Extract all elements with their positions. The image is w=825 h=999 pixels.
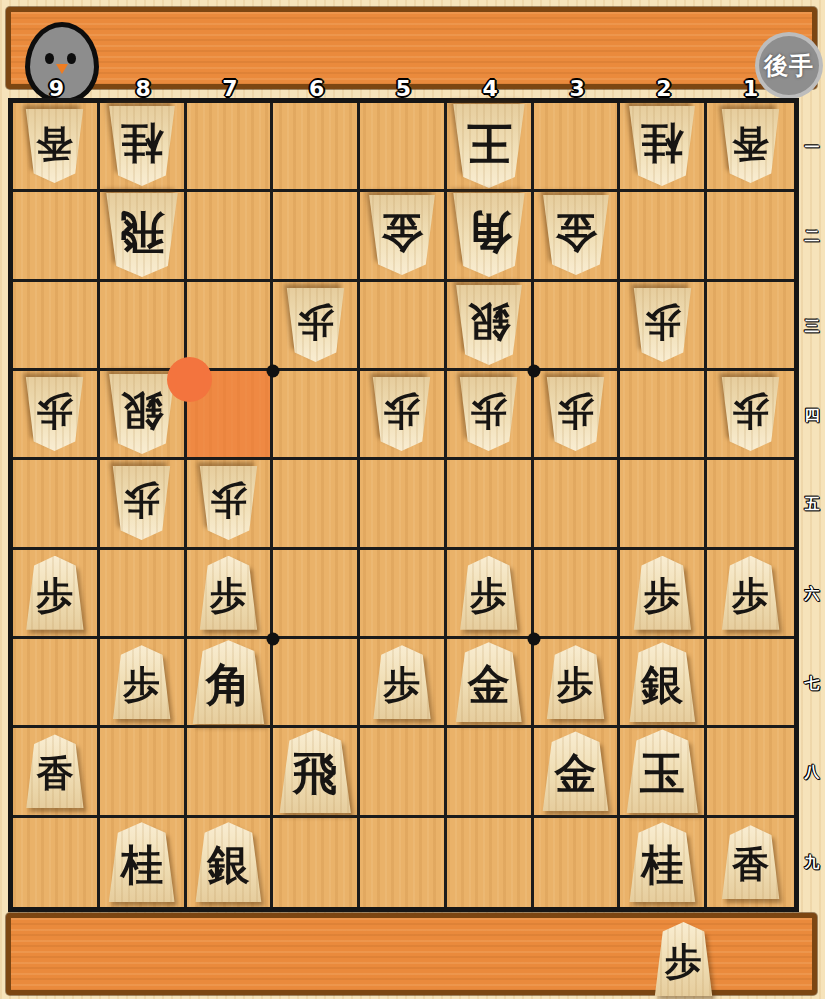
square-1四[interactable]: 歩 (707, 371, 794, 460)
column-label-1: 1 (707, 78, 794, 100)
square-5六[interactable] (360, 550, 447, 639)
piece-gote-金-3二[interactable]: 金 (541, 195, 611, 275)
square-2二[interactable] (620, 192, 707, 281)
piece-gote-銀-4三[interactable]: 銀 (454, 285, 524, 365)
piece-sente-桂-8九[interactable]: 桂 (107, 822, 177, 902)
column-labels: 987654321 (13, 78, 794, 100)
square-1七[interactable] (707, 639, 794, 728)
row-labels: 一二三四五六七八九 (801, 103, 823, 907)
square-5五[interactable] (360, 460, 447, 549)
column-label-4: 4 (447, 78, 534, 100)
piece-gote-香-9一[interactable]: 香 (24, 109, 85, 183)
piece-sente-飛-6八[interactable]: 飛 (277, 729, 353, 813)
piece-kanji: 王 (466, 113, 511, 173)
piece-sente-歩-3七[interactable]: 歩 (545, 645, 606, 719)
piece-gote-角-4二[interactable]: 角 (451, 193, 527, 277)
square-9八[interactable]: 香 (13, 728, 100, 817)
piece-kanji: 歩 (557, 386, 594, 436)
row-label-九: 九 (801, 818, 823, 907)
square-5七[interactable]: 歩 (360, 639, 447, 728)
row-label-八: 八 (801, 728, 823, 817)
square-3八[interactable]: 金 (534, 728, 621, 817)
square-1三[interactable] (707, 282, 794, 371)
last-move-marker (167, 357, 212, 402)
piece-gote-香-1一[interactable]: 香 (720, 109, 781, 183)
sente-hand-piece-pawn[interactable]: 歩 (653, 922, 714, 996)
piece-gote-歩-5四[interactable]: 歩 (371, 377, 432, 451)
piece-sente-角-7七[interactable]: 角 (190, 640, 266, 724)
star-point (267, 364, 280, 377)
square-4五[interactable] (447, 460, 534, 549)
square-6九[interactable] (273, 818, 360, 907)
square-9六[interactable]: 歩 (13, 550, 100, 639)
square-6一[interactable] (273, 103, 360, 192)
square-8二[interactable]: 飛 (100, 192, 187, 281)
square-7九[interactable]: 銀 (187, 818, 274, 907)
piece-gote-桂-8一[interactable]: 桂 (107, 106, 177, 186)
square-2一[interactable]: 桂 (620, 103, 707, 192)
square-3四[interactable]: 歩 (534, 371, 621, 460)
piece-gote-歩-6三[interactable]: 歩 (285, 288, 346, 362)
piece-gote-歩-3四[interactable]: 歩 (545, 377, 606, 451)
square-4一[interactable]: 王 (447, 103, 534, 192)
square-9七[interactable] (13, 639, 100, 728)
square-1九[interactable]: 香 (707, 818, 794, 907)
square-9三[interactable] (13, 282, 100, 371)
square-4三[interactable]: 銀 (447, 282, 534, 371)
column-label-5: 5 (360, 78, 447, 100)
square-4二[interactable]: 角 (447, 192, 534, 281)
row-label-二: 二 (801, 192, 823, 281)
piece-gote-歩-9四[interactable]: 歩 (24, 377, 85, 451)
piece-kanji: 角 (206, 655, 251, 715)
piece-kanji: 歩 (210, 475, 247, 525)
piece-sente-歩-9六[interactable]: 歩 (24, 556, 85, 630)
square-2三[interactable]: 歩 (620, 282, 707, 371)
piece-sente-香-9八[interactable]: 香 (24, 734, 85, 808)
piece-sente-銀-7九[interactable]: 銀 (193, 822, 263, 902)
square-5二[interactable]: 金 (360, 192, 447, 281)
row-label-七: 七 (801, 639, 823, 728)
square-6三[interactable]: 歩 (273, 282, 360, 371)
square-8五[interactable]: 歩 (100, 460, 187, 549)
square-8一[interactable]: 桂 (100, 103, 187, 192)
piece-gote-歩-1四[interactable]: 歩 (720, 377, 781, 451)
square-7五[interactable]: 歩 (187, 460, 274, 549)
square-5三[interactable] (360, 282, 447, 371)
piece-kanji: 飛 (119, 202, 164, 262)
square-9二[interactable] (13, 192, 100, 281)
column-label-3: 3 (534, 78, 621, 100)
square-9四[interactable]: 歩 (13, 371, 100, 460)
square-3九[interactable] (534, 818, 621, 907)
square-3二[interactable]: 金 (534, 192, 621, 281)
star-point (527, 633, 540, 646)
square-4八[interactable] (447, 728, 534, 817)
piece-kanji: 銀 (641, 657, 683, 713)
column-label-8: 8 (100, 78, 187, 100)
square-2四[interactable] (620, 371, 707, 460)
piece-kanji: 桂 (121, 115, 163, 171)
piece-kanji: 桂 (641, 115, 683, 171)
piece-kanji: 歩 (36, 571, 73, 621)
piece-kanji: 歩 (210, 571, 247, 621)
square-7一[interactable] (187, 103, 274, 192)
piece-kanji: 歩 (470, 386, 507, 436)
piece-gote-飛-8二[interactable]: 飛 (104, 193, 180, 277)
square-3六[interactable] (534, 550, 621, 639)
piece-gote-歩-2三[interactable]: 歩 (632, 288, 693, 362)
piece-kanji: 銀 (468, 294, 510, 350)
square-2五[interactable] (620, 460, 707, 549)
piece-kanji: 香 (732, 118, 769, 168)
square-8三[interactable] (100, 282, 187, 371)
square-9九[interactable] (13, 818, 100, 907)
piece-kanji: 桂 (121, 837, 163, 893)
piece-sente-歩-5七[interactable]: 歩 (371, 645, 432, 719)
piece-sente-香-1九[interactable]: 香 (720, 825, 781, 899)
piece-kanji: 歩 (732, 571, 769, 621)
piece-kanji: 銀 (121, 383, 163, 439)
piece-kanji: 桂 (641, 837, 683, 893)
square-4六[interactable]: 歩 (447, 550, 534, 639)
piece-kanji: 角 (466, 202, 511, 262)
star-point (267, 633, 280, 646)
row-label-五: 五 (801, 460, 823, 549)
piece-kanji: 金 (555, 204, 597, 260)
square-6六[interactable] (273, 550, 360, 639)
square-1五[interactable] (707, 460, 794, 549)
square-8八[interactable] (100, 728, 187, 817)
row-label-一: 一 (801, 103, 823, 192)
piece-sente-歩-7六[interactable]: 歩 (198, 556, 259, 630)
piece-sente-銀-2七[interactable]: 銀 (627, 642, 697, 722)
square-1八[interactable] (707, 728, 794, 817)
square-9五[interactable] (13, 460, 100, 549)
square-7三[interactable] (187, 282, 274, 371)
square-7七[interactable]: 角 (187, 639, 274, 728)
gote-player-bar: 後手 (6, 7, 817, 89)
column-label-7: 7 (187, 78, 274, 100)
square-9一[interactable]: 香 (13, 103, 100, 192)
square-5四[interactable]: 歩 (360, 371, 447, 460)
square-7二[interactable] (187, 192, 274, 281)
piece-sente-歩-8七[interactable]: 歩 (111, 645, 172, 719)
square-3七[interactable]: 歩 (534, 639, 621, 728)
piece-kanji: 歩 (383, 386, 420, 436)
square-2八[interactable]: 玉 (620, 728, 707, 817)
square-8六[interactable] (100, 550, 187, 639)
board-grid: 香桂王桂香飛金角金歩銀歩歩銀歩歩歩歩歩歩歩歩歩歩歩歩角歩金歩銀香飛金玉桂銀桂香 (13, 103, 794, 907)
piece-sente-桂-2九[interactable]: 桂 (627, 822, 697, 902)
square-6二[interactable] (273, 192, 360, 281)
piece-sente-金-3八[interactable]: 金 (541, 731, 611, 811)
column-label-2: 2 (620, 78, 707, 100)
square-4四[interactable]: 歩 (447, 371, 534, 460)
column-label-9: 9 (13, 78, 100, 100)
square-2九[interactable]: 桂 (620, 818, 707, 907)
square-6七[interactable] (273, 639, 360, 728)
square-3一[interactable] (534, 103, 621, 192)
piece-gote-歩-8五[interactable]: 歩 (111, 466, 172, 540)
piece-sente-玉-2八[interactable]: 玉 (624, 729, 700, 813)
piece-sente-歩-4六[interactable]: 歩 (458, 556, 519, 630)
piece-sente-歩-1六[interactable]: 歩 (720, 556, 781, 630)
piece-kanji: 金 (381, 204, 423, 260)
square-1二[interactable] (707, 192, 794, 281)
piece-kanji: 玉 (640, 744, 685, 804)
piece-gote-銀-8四[interactable]: 銀 (107, 374, 177, 454)
piece-kanji: 銀 (207, 837, 249, 893)
piece-kanji: 歩 (644, 297, 681, 347)
square-2七[interactable]: 銀 (620, 639, 707, 728)
square-2六[interactable]: 歩 (620, 550, 707, 639)
square-5九[interactable] (360, 818, 447, 907)
square-6五[interactable] (273, 460, 360, 549)
piece-kanji: 歩 (383, 660, 420, 710)
piece-gote-金-5二[interactable]: 金 (367, 195, 437, 275)
row-label-三: 三 (801, 282, 823, 371)
row-label-六: 六 (801, 550, 823, 639)
piece-gote-歩-7五[interactable]: 歩 (198, 466, 259, 540)
piece-gote-王-4一[interactable]: 王 (451, 104, 527, 188)
piece-kanji: 金 (555, 746, 597, 802)
square-4七[interactable]: 金 (447, 639, 534, 728)
square-5一[interactable] (360, 103, 447, 192)
square-8七[interactable]: 歩 (100, 639, 187, 728)
piece-kanji: 歩 (123, 475, 160, 525)
piece-kanji: 金 (468, 657, 510, 713)
piece-kanji: 歩 (732, 386, 769, 436)
piece-kanji: 飛 (293, 744, 338, 804)
piece-kanji: 歩 (123, 660, 160, 710)
square-3五[interactable] (534, 460, 621, 549)
square-4九[interactable] (447, 818, 534, 907)
piece-kanji: 歩 (297, 297, 334, 347)
row-label-四: 四 (801, 371, 823, 460)
piece-kanji: 歩 (644, 571, 681, 621)
column-label-6: 6 (273, 78, 360, 100)
piece-gote-桂-2一[interactable]: 桂 (627, 106, 697, 186)
piece-kanji: 歩 (470, 571, 507, 621)
square-6四[interactable] (273, 371, 360, 460)
piece-kanji: 歩 (665, 937, 702, 987)
piece-sente-歩-2六[interactable]: 歩 (632, 556, 693, 630)
piece-sente-金-4七[interactable]: 金 (454, 642, 524, 722)
square-3三[interactable] (534, 282, 621, 371)
piece-gote-歩-4四[interactable]: 歩 (458, 377, 519, 451)
square-1六[interactable]: 歩 (707, 550, 794, 639)
chick-beak-icon (56, 64, 68, 74)
piece-kanji: 香 (36, 118, 73, 168)
square-6八[interactable]: 飛 (273, 728, 360, 817)
piece-kanji: 歩 (36, 386, 73, 436)
square-1一[interactable]: 香 (707, 103, 794, 192)
square-7八[interactable] (187, 728, 274, 817)
square-8九[interactable]: 桂 (100, 818, 187, 907)
piece-kanji: 香 (732, 840, 769, 890)
piece-kanji: 歩 (557, 660, 594, 710)
chick-eye-icon (45, 53, 54, 64)
square-5八[interactable] (360, 728, 447, 817)
chick-eye-icon (67, 53, 76, 64)
shogi-board: 香桂王桂香飛金角金歩銀歩歩銀歩歩歩歩歩歩歩歩歩歩歩歩角歩金歩銀香飛金玉桂銀桂香 (8, 98, 799, 912)
square-7六[interactable]: 歩 (187, 550, 274, 639)
piece-kanji: 香 (36, 749, 73, 799)
star-point (527, 364, 540, 377)
